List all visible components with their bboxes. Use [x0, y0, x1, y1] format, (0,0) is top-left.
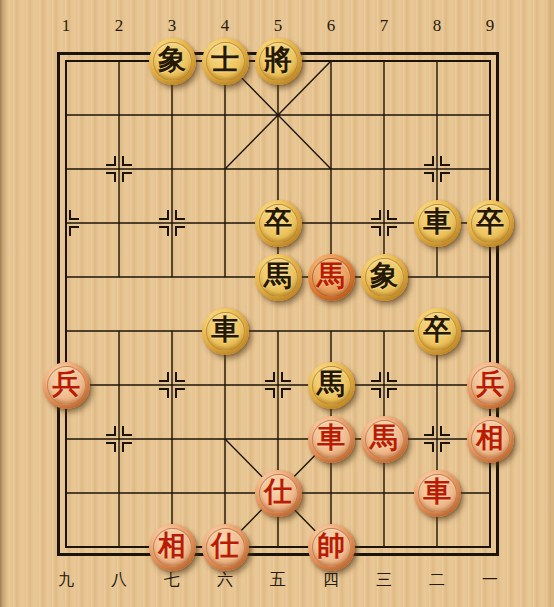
piece-disc: 象	[361, 254, 408, 301]
bottom-file-label-5: 五	[252, 570, 305, 592]
bottom-file-label-1: 九	[40, 570, 93, 592]
piece-disc: 卒	[255, 200, 302, 247]
piece-glyph: 相	[476, 424, 504, 452]
bottom-file-label-6: 四	[305, 570, 358, 592]
piece-glyph: 馬	[370, 424, 398, 452]
piece-glyph: 象	[370, 262, 398, 290]
piece-disc: 車	[202, 308, 249, 355]
piece-black-elephant-2[interactable]: 象	[358, 250, 411, 304]
piece-disc: 將	[255, 38, 302, 85]
piece-red-soldier-2[interactable]: 兵	[464, 358, 517, 412]
piece-disc: 象	[149, 38, 196, 85]
piece-disc: 馬	[308, 254, 355, 301]
piece-black-soldier-3[interactable]: 卒	[411, 304, 464, 358]
piece-black-chariot-1[interactable]: 車	[411, 196, 464, 250]
xiangqi-screen: 123456789 象士將卒車卒馬馬象車卒兵馬兵車馬相仕車相仕帥 九八七六五四三…	[0, 0, 554, 607]
bottom-file-label-3: 七	[146, 570, 199, 592]
piece-disc: 帥	[308, 524, 355, 571]
piece-glyph: 相	[158, 532, 186, 560]
piece-disc: 卒	[467, 200, 514, 247]
piece-red-advisor-2[interactable]: 仕	[199, 520, 252, 574]
piece-black-chariot-2[interactable]: 車	[199, 304, 252, 358]
piece-glyph: 車	[317, 424, 345, 452]
piece-disc: 車	[308, 416, 355, 463]
piece-red-chariot-2[interactable]: 車	[411, 466, 464, 520]
piece-disc: 兵	[467, 362, 514, 409]
piece-red-chariot-1[interactable]: 車	[305, 412, 358, 466]
piece-red-general[interactable]: 帥	[305, 520, 358, 574]
piece-red-elephant-2[interactable]: 相	[146, 520, 199, 574]
bottom-file-label-4: 六	[199, 570, 252, 592]
piece-disc: 卒	[414, 308, 461, 355]
piece-black-elephant-1[interactable]: 象	[146, 34, 199, 88]
bottom-file-label-2: 八	[93, 570, 146, 592]
piece-red-horse-2[interactable]: 馬	[358, 412, 411, 466]
piece-black-horse-1[interactable]: 馬	[252, 250, 305, 304]
piece-red-advisor-1[interactable]: 仕	[252, 466, 305, 520]
piece-disc: 相	[149, 524, 196, 571]
piece-disc: 馬	[255, 254, 302, 301]
piece-glyph: 卒	[476, 208, 504, 236]
piece-glyph: 兵	[476, 370, 504, 398]
piece-red-horse-1[interactable]: 馬	[305, 250, 358, 304]
piece-disc: 士	[202, 38, 249, 85]
bottom-file-labels: 九八七六五四三二一	[40, 570, 517, 592]
piece-glyph: 將	[264, 46, 292, 74]
piece-disc: 仕	[202, 524, 249, 571]
piece-glyph: 馬	[264, 262, 292, 290]
piece-black-general[interactable]: 將	[252, 34, 305, 88]
piece-glyph: 車	[211, 316, 239, 344]
piece-glyph: 象	[158, 46, 186, 74]
piece-disc: 車	[414, 200, 461, 247]
piece-disc: 兵	[43, 362, 90, 409]
piece-glyph: 卒	[264, 208, 292, 236]
piece-disc: 仕	[255, 470, 302, 517]
piece-glyph: 車	[423, 478, 451, 506]
bottom-file-label-7: 三	[358, 570, 411, 592]
piece-glyph: 兵	[52, 370, 80, 398]
piece-glyph: 帥	[317, 532, 345, 560]
pieces-layer: 象士將卒車卒馬馬象車卒兵馬兵車馬相仕車相仕帥	[40, 34, 517, 574]
piece-glyph: 馬	[317, 262, 345, 290]
piece-glyph: 士	[211, 46, 239, 74]
piece-black-soldier-2[interactable]: 卒	[464, 196, 517, 250]
piece-glyph: 仕	[211, 532, 239, 560]
piece-glyph: 仕	[264, 478, 292, 506]
piece-black-horse-2[interactable]: 馬	[305, 358, 358, 412]
bottom-file-label-8: 二	[411, 570, 464, 592]
piece-glyph: 車	[423, 208, 451, 236]
piece-black-advisor-1[interactable]: 士	[199, 34, 252, 88]
piece-disc: 車	[414, 470, 461, 517]
piece-red-soldier-1[interactable]: 兵	[40, 358, 93, 412]
piece-glyph: 馬	[317, 370, 345, 398]
piece-black-soldier-1[interactable]: 卒	[252, 196, 305, 250]
piece-disc: 馬	[361, 416, 408, 463]
bottom-file-label-9: 一	[464, 570, 517, 592]
piece-red-elephant-1[interactable]: 相	[464, 412, 517, 466]
piece-disc: 馬	[308, 362, 355, 409]
piece-glyph: 卒	[423, 316, 451, 344]
piece-disc: 相	[467, 416, 514, 463]
